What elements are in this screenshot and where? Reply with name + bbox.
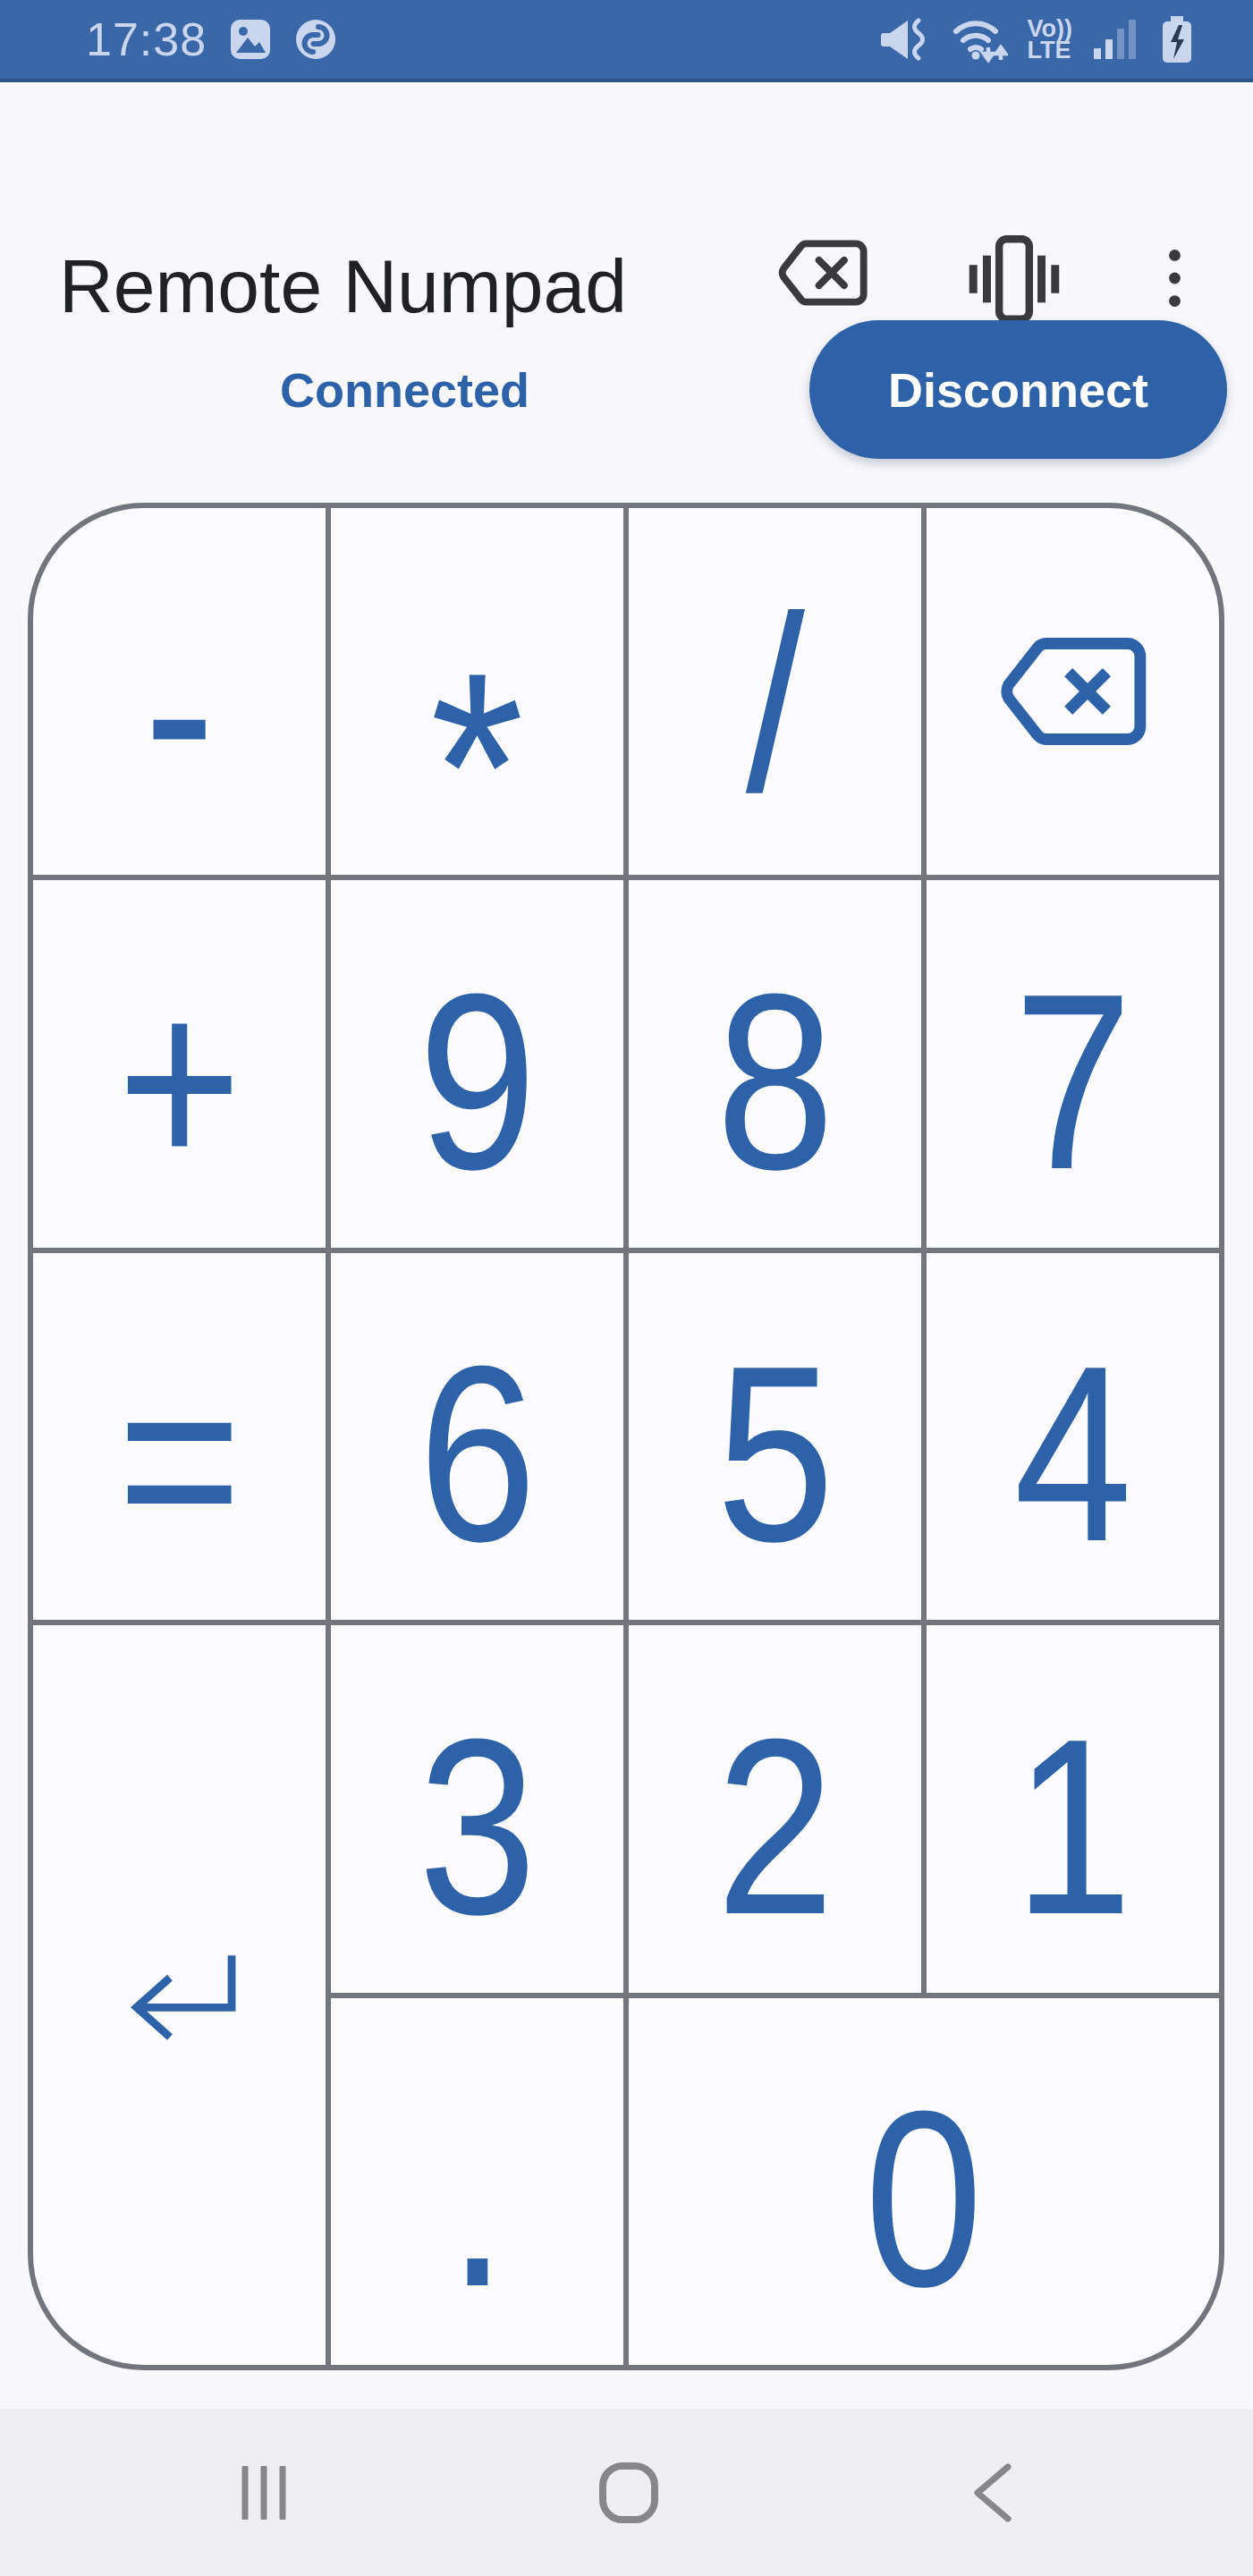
key-2[interactable]: 2 (629, 1625, 921, 1992)
key-backspace[interactable] (927, 508, 1219, 875)
key-plus[interactable]: + (33, 880, 326, 1247)
key-equals[interactable]: = (33, 1253, 326, 1620)
mute-vibrate-icon (877, 13, 929, 65)
key-equals-label: = (117, 1316, 241, 1603)
key-3-label: 3 (418, 1683, 536, 1970)
key-1[interactable]: 1 (927, 1625, 1219, 1992)
enter-key-icon (112, 1948, 248, 2042)
key-dot[interactable]: . (331, 1998, 623, 2365)
volte-line2: LTE (1028, 39, 1072, 61)
key-9-label: 9 (418, 938, 536, 1225)
connection-status-label: Connected (0, 362, 809, 418)
key-6-label: 6 (418, 1310, 536, 1597)
status-time: 17:38 (86, 13, 207, 66)
backspace-icon[interactable] (778, 234, 868, 311)
volte-icon: Vo)) LTE (1028, 18, 1072, 61)
overflow-menu-icon[interactable] (1168, 249, 1181, 308)
key-dot-label: . (447, 2055, 506, 2343)
key-8[interactable]: 8 (629, 880, 921, 1247)
key-9[interactable]: 9 (331, 880, 623, 1247)
vibrate-icon[interactable] (955, 234, 1073, 324)
key-5[interactable]: 5 (629, 1253, 921, 1620)
disconnect-button[interactable]: Disconnect (809, 320, 1227, 459)
gallery-icon (230, 19, 271, 60)
back-icon[interactable] (970, 2463, 1012, 2522)
system-nav-bar (0, 2409, 1253, 2576)
wifi-icon (949, 13, 1008, 65)
key-6[interactable]: 6 (331, 1253, 623, 1620)
shazam-icon (294, 18, 337, 61)
key-4-label: 4 (1013, 1310, 1131, 1597)
key-7[interactable]: 7 (927, 880, 1219, 1247)
key-8-label: 8 (715, 938, 834, 1225)
key-plus-label: + (117, 938, 241, 1225)
key-0[interactable]: 0 (629, 1998, 1219, 2365)
page-title: Remote Numpad (59, 243, 627, 330)
home-icon[interactable] (599, 2462, 658, 2523)
status-bar: 17:38 (0, 0, 1253, 82)
key-5-label: 5 (715, 1310, 834, 1597)
numpad-grid: - * / + 9 8 7 = 6 5 4 3 2 1 . 0 (28, 503, 1224, 2370)
app-bar: Remote Numpad (0, 82, 1253, 306)
signal-icon (1092, 16, 1140, 63)
key-divide-label: / (745, 561, 804, 848)
key-multiply[interactable]: * (331, 508, 623, 875)
key-2-label: 2 (715, 1683, 834, 1970)
key-4[interactable]: 4 (927, 1253, 1219, 1620)
key-0-label: 0 (865, 2055, 983, 2343)
key-enter[interactable] (33, 1625, 326, 2365)
battery-charging-icon (1160, 14, 1194, 64)
key-7-label: 7 (1013, 938, 1131, 1225)
key-1-label: 1 (1013, 1683, 1131, 1970)
key-divide[interactable]: / (629, 508, 921, 875)
key-3[interactable]: 3 (331, 1625, 623, 1992)
recents-icon[interactable] (241, 2466, 286, 2520)
backspace-key-icon (1000, 637, 1147, 746)
key-minus-label: - (144, 566, 215, 853)
key-minus[interactable]: - (33, 508, 326, 875)
key-multiply-label: * (430, 612, 524, 921)
